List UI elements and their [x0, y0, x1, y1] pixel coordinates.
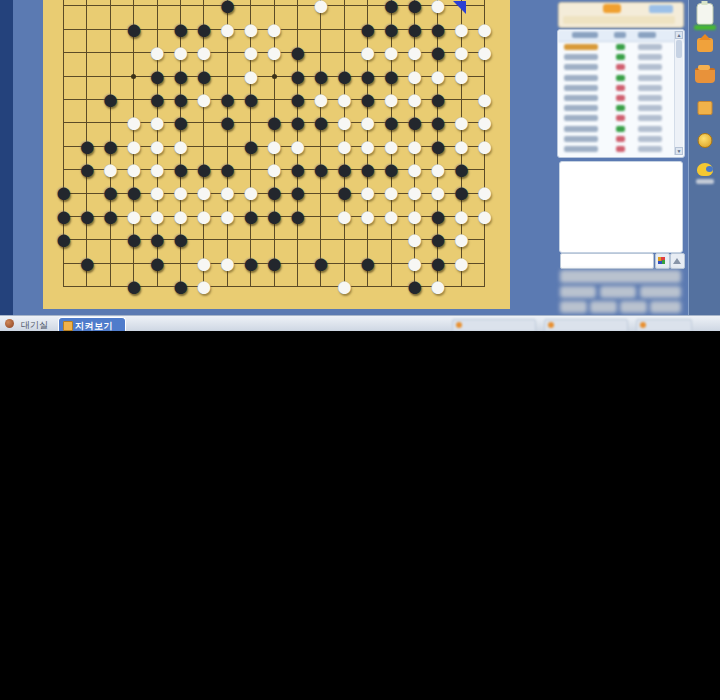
white-stone: ●: [429, 275, 447, 298]
control-button[interactable]: [590, 301, 617, 313]
board-cell[interactable]: [52, 275, 75, 298]
black-stone: ●: [312, 158, 330, 181]
board-cell[interactable]: ●: [286, 205, 309, 228]
game-list-row[interactable]: [560, 52, 672, 62]
black-stone: ●: [172, 228, 190, 251]
control-button[interactable]: [650, 301, 681, 313]
board-cell[interactable]: [192, 111, 215, 134]
board-cell[interactable]: [380, 228, 403, 251]
board-cell[interactable]: [52, 64, 75, 87]
white-stone: ●: [336, 275, 354, 298]
board-cell[interactable]: ●: [75, 158, 98, 181]
board-cell[interactable]: ●: [216, 18, 239, 41]
board-cell[interactable]: [450, 275, 473, 298]
board-cell[interactable]: ●: [356, 251, 379, 274]
emoticon-icon: [658, 257, 665, 264]
black-stone: ●: [219, 111, 237, 134]
board-cell[interactable]: [380, 251, 403, 274]
game-list-row[interactable]: [560, 42, 672, 52]
board-cell[interactable]: [99, 0, 122, 18]
board-cell[interactable]: ●: [426, 275, 449, 298]
board-cell[interactable]: [52, 88, 75, 111]
white-stone: ●: [219, 205, 237, 228]
go-board[interactable]: ●●●●●●●●●●●●●●●●●●●●●●●●●●●●●●●●●●●●●●●●…: [43, 0, 510, 309]
taskbar-button[interactable]: [544, 319, 628, 331]
board-cell[interactable]: ●: [309, 0, 332, 18]
game-list-row[interactable]: [560, 124, 672, 134]
board-cell[interactable]: [286, 0, 309, 18]
black-stone: ●: [55, 228, 73, 251]
white-stone: ●: [453, 65, 471, 88]
last-move-triangle-marker: [453, 1, 466, 14]
black-stone: ●: [289, 205, 307, 228]
green-caption: [694, 25, 716, 30]
board-cell[interactable]: [473, 251, 496, 274]
player-badge: [603, 4, 621, 13]
board-cell[interactable]: ●: [52, 228, 75, 251]
board-cell[interactable]: ●: [263, 205, 286, 228]
black-stone: ●: [242, 205, 260, 228]
board-cell[interactable]: [75, 41, 98, 64]
black-stone: ●: [78, 158, 96, 181]
board-cell[interactable]: ●: [122, 228, 145, 251]
board-icon[interactable]: [698, 101, 713, 115]
taskbar: 대기실 지켜보기: [0, 315, 720, 331]
black-stone: ●: [242, 135, 260, 158]
board-cell[interactable]: ●: [75, 205, 98, 228]
game-list-row[interactable]: [560, 83, 672, 93]
player-info-panel: [558, 2, 684, 28]
board-cell[interactable]: ●: [263, 251, 286, 274]
board-cell[interactable]: [99, 18, 122, 41]
black-stone: ●: [266, 252, 284, 275]
board-cell[interactable]: [99, 251, 122, 274]
game-list-row[interactable]: [560, 93, 672, 103]
black-stone: ●: [266, 205, 284, 228]
board-cell[interactable]: [216, 275, 239, 298]
white-stone: ●: [359, 205, 377, 228]
control-button[interactable]: [560, 301, 587, 313]
board-cell[interactable]: ●: [146, 251, 169, 274]
control-button[interactable]: [600, 286, 636, 298]
board-cell[interactable]: ●: [192, 88, 215, 111]
goboard-tab-icon: [63, 321, 73, 331]
board-cell[interactable]: [75, 275, 98, 298]
board-cell[interactable]: ●: [239, 88, 262, 111]
control-button[interactable]: [560, 286, 596, 298]
white-stone: ●: [476, 41, 494, 64]
board-cell[interactable]: ●: [122, 18, 145, 41]
board-cell[interactable]: [99, 228, 122, 251]
board-cell[interactable]: ●: [309, 251, 332, 274]
player-info-row: [563, 16, 675, 24]
board-cell[interactable]: [52, 18, 75, 41]
board-cell[interactable]: ●: [450, 251, 473, 274]
board-cell[interactable]: ●: [473, 134, 496, 157]
game-list-row[interactable]: [560, 103, 672, 113]
board-cell[interactable]: ●: [403, 275, 426, 298]
board-cell[interactable]: ●: [99, 205, 122, 228]
send-icon: [673, 258, 681, 264]
board-cell[interactable]: [473, 228, 496, 251]
board-cell[interactable]: [333, 228, 356, 251]
white-stone: ●: [476, 205, 494, 228]
board-cell[interactable]: ●: [380, 205, 403, 228]
go-board-grid[interactable]: ●●●●●●●●●●●●●●●●●●●●●●●●●●●●●●●●●●●●●●●●…: [52, 0, 496, 298]
taskbar-button[interactable]: [452, 319, 536, 331]
white-stone: ●: [195, 205, 213, 228]
star-point: [272, 74, 277, 79]
board-cell[interactable]: ●: [473, 205, 496, 228]
game-list-panel: ▲ ▼: [557, 29, 685, 158]
white-stone: ●: [219, 18, 237, 41]
board-cell[interactable]: ●: [216, 111, 239, 134]
star-point: [131, 74, 136, 79]
board-cell[interactable]: ●: [450, 64, 473, 87]
board-cell[interactable]: ●: [356, 205, 379, 228]
board-cell[interactable]: [75, 18, 98, 41]
board-cell[interactable]: [75, 88, 98, 111]
house-icon[interactable]: [697, 38, 713, 52]
black-stone: ●: [102, 88, 120, 111]
board-cell[interactable]: [239, 275, 262, 298]
game-list-row[interactable]: [560, 113, 672, 123]
white-stone: ●: [266, 41, 284, 64]
taskbar-button[interactable]: [636, 319, 692, 331]
board-cell[interactable]: [146, 275, 169, 298]
player-chip: [649, 5, 673, 13]
black-stone: ●: [102, 205, 120, 228]
board-cell[interactable]: ●: [192, 205, 215, 228]
white-stone: ●: [195, 275, 213, 298]
board-cell[interactable]: [146, 0, 169, 18]
board-cell[interactable]: [333, 0, 356, 18]
bird-icon[interactable]: [697, 163, 713, 176]
board-cell[interactable]: [75, 0, 98, 18]
board-cell[interactable]: ●: [192, 275, 215, 298]
board-cell[interactable]: [75, 64, 98, 87]
board-cell[interactable]: [263, 64, 286, 87]
white-stone: ●: [476, 135, 494, 158]
baduk-client-window: ●●●●●●●●●●●●●●●●●●●●●●●●●●●●●●●●●●●●●●●●…: [0, 0, 720, 331]
board-cell[interactable]: [333, 18, 356, 41]
board-cell[interactable]: ●: [309, 111, 332, 134]
right-icon-toolbar: [688, 0, 720, 315]
white-stone: ●: [453, 252, 471, 275]
list-header: [558, 30, 684, 42]
send-button[interactable]: [670, 253, 685, 269]
left-window-edge: [0, 0, 13, 315]
game-list-row[interactable]: [560, 73, 672, 83]
board-cell[interactable]: [309, 18, 332, 41]
board-cell[interactable]: [356, 275, 379, 298]
black-stone: ●: [312, 252, 330, 275]
scroll-up-icon[interactable]: ▲: [675, 31, 683, 39]
black-stone: ●: [149, 252, 167, 275]
game-list-row[interactable]: [560, 134, 672, 144]
list-scrollbar[interactable]: ▲ ▼: [674, 31, 683, 155]
white-stone: ●: [382, 205, 400, 228]
board-cell[interactable]: [122, 64, 145, 87]
board-cell[interactable]: [99, 275, 122, 298]
scroll-thumb[interactable]: [676, 40, 682, 58]
board-cell[interactable]: ●: [333, 275, 356, 298]
screenshot-root: ●●●●●●●●●●●●●●●●●●●●●●●●●●●●●●●●●●●●●●●●…: [0, 0, 720, 700]
board-cell[interactable]: [286, 251, 309, 274]
black-stone: ●: [242, 88, 260, 111]
board-cell[interactable]: ●: [75, 251, 98, 274]
lobby-icon[interactable]: [5, 319, 14, 328]
board-cell[interactable]: ●: [239, 205, 262, 228]
tab-lobby[interactable]: 대기실: [21, 319, 48, 331]
board-cell[interactable]: ●: [263, 41, 286, 64]
basket-icon[interactable]: [695, 68, 715, 83]
board-cell[interactable]: ●: [216, 251, 239, 274]
board-cell[interactable]: [122, 41, 145, 64]
board-cell[interactable]: [309, 275, 332, 298]
black-stone: ●: [125, 18, 143, 41]
board-cell[interactable]: [286, 228, 309, 251]
white-stone: ●: [312, 0, 330, 17]
board-cell[interactable]: [309, 205, 332, 228]
scroll-down-icon[interactable]: ▼: [675, 147, 683, 155]
chat-box: [559, 161, 683, 253]
black-stone: ●: [78, 252, 96, 275]
black-stone: ●: [78, 205, 96, 228]
game-list-rows[interactable]: [560, 42, 672, 155]
board-cell[interactable]: ●: [169, 228, 192, 251]
bottle-icon[interactable]: [697, 3, 714, 25]
board-cell[interactable]: ●: [216, 205, 239, 228]
icon-caption-blurred: [696, 179, 714, 184]
board-cell[interactable]: [52, 134, 75, 157]
black-stone: ●: [125, 275, 143, 298]
white-stone: ●: [195, 88, 213, 111]
board-cell[interactable]: ●: [473, 41, 496, 64]
board-cell[interactable]: [52, 111, 75, 134]
black-stone: ●: [359, 252, 377, 275]
tab-spectate-active[interactable]: 지켜보기: [58, 317, 126, 331]
control-button[interactable]: [620, 301, 647, 313]
chat-input[interactable]: [560, 253, 654, 269]
board-cell[interactable]: ●: [309, 158, 332, 181]
board-cell[interactable]: [52, 251, 75, 274]
board-cell[interactable]: [216, 41, 239, 64]
board-cell[interactable]: [309, 181, 332, 204]
black-stone: ●: [125, 228, 143, 251]
board-cell[interactable]: [52, 0, 75, 18]
board-cell[interactable]: ●: [99, 88, 122, 111]
black-stone: ●: [242, 252, 260, 275]
black-stone: ●: [172, 275, 190, 298]
black-stone: ●: [406, 275, 424, 298]
game-list-row[interactable]: [560, 144, 672, 154]
board-cell[interactable]: [52, 41, 75, 64]
coin-icon[interactable]: [698, 133, 713, 148]
board-cell[interactable]: ●: [239, 251, 262, 274]
control-bar-blurred[interactable]: [560, 270, 681, 283]
board-cell[interactable]: [380, 275, 403, 298]
board-cell[interactable]: [473, 275, 496, 298]
board-cell[interactable]: ●: [239, 134, 262, 157]
board-cell[interactable]: ●: [169, 275, 192, 298]
control-button[interactable]: [640, 286, 681, 298]
white-stone: ●: [219, 252, 237, 275]
board-cell[interactable]: ●: [333, 205, 356, 228]
white-stone: ●: [336, 205, 354, 228]
board-cell[interactable]: [99, 41, 122, 64]
board-cell[interactable]: [263, 275, 286, 298]
board-cell[interactable]: ●: [122, 275, 145, 298]
emoticon-button[interactable]: [655, 253, 670, 269]
board-cell[interactable]: [286, 275, 309, 298]
game-list-row[interactable]: [560, 62, 672, 72]
black-stone: ●: [312, 111, 330, 134]
